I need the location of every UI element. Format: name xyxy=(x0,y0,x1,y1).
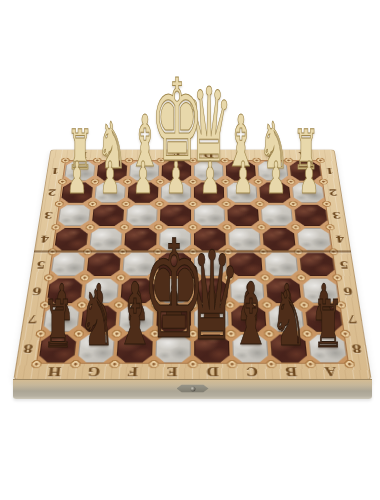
piece-white-pawn-a2[interactable]: ♟ xyxy=(298,156,319,200)
rank-label-right-1: 1 xyxy=(320,160,340,181)
piece-white-pawn-c2[interactable]: ♟ xyxy=(232,156,253,200)
piece-white-pawn-e2[interactable]: ♟ xyxy=(166,156,187,200)
piece-white-pawn-b2[interactable]: ♟ xyxy=(265,156,286,200)
rank-label-right-4: 4 xyxy=(329,227,351,252)
square-g4[interactable] xyxy=(87,227,124,252)
piece-black-bishop-f8[interactable]: ♝ xyxy=(115,272,155,358)
piece-white-pawn-f2[interactable]: ♟ xyxy=(133,156,154,200)
square-a4[interactable] xyxy=(295,227,333,252)
piece-black-knight-g8[interactable]: ♞ xyxy=(79,281,115,358)
chess-set-scene: HGFEDCBA 12345678 12345678 HGFEDCBA ♜♞♝♛… xyxy=(0,0,380,500)
rank-label-right-2: 2 xyxy=(323,181,343,203)
square-h3[interactable] xyxy=(56,204,93,227)
square-b3[interactable] xyxy=(259,204,295,227)
file-label-g: G xyxy=(73,364,114,380)
piece-black-rook-a8[interactable]: ♜ xyxy=(313,292,344,358)
square-c3[interactable] xyxy=(226,204,261,227)
file-label-a: A xyxy=(310,364,351,380)
square-g3[interactable] xyxy=(90,204,126,227)
piece-white-pawn-h2[interactable]: ♟ xyxy=(67,156,88,200)
rank-label-right-3: 3 xyxy=(326,204,347,227)
piece-white-pawn-d2[interactable]: ♟ xyxy=(199,156,220,200)
square-h4[interactable] xyxy=(52,227,90,252)
rank-label-right-5: 5 xyxy=(333,252,355,278)
file-label-b: B xyxy=(271,364,312,380)
piece-white-pawn-g2[interactable]: ♟ xyxy=(100,156,121,200)
file-label-h: H xyxy=(34,364,75,380)
piece-black-rook-h8[interactable]: ♜ xyxy=(43,292,74,358)
square-b4[interactable] xyxy=(261,227,298,252)
piece-black-knight-b8[interactable]: ♞ xyxy=(272,281,308,358)
square-a3[interactable] xyxy=(293,204,330,227)
box-front-edge xyxy=(13,379,372,399)
clasp-icon xyxy=(177,384,209,393)
